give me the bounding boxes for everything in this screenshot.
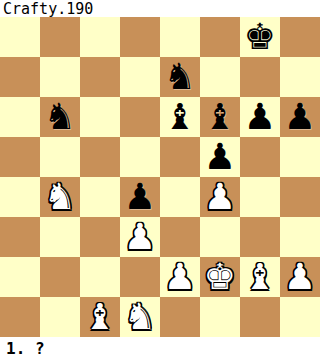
piece-black-knight[interactable]: ♞ xyxy=(160,57,200,97)
piece-black-knight[interactable]: ♞ xyxy=(40,97,80,137)
move-prompt: 1. ? xyxy=(6,338,45,360)
square-g2[interactable]: ♝ xyxy=(240,257,280,297)
square-e2[interactable]: ♟ xyxy=(160,257,200,297)
piece-white-bishop[interactable]: ♝ xyxy=(240,257,280,297)
square-e8[interactable] xyxy=(160,17,200,57)
square-b1[interactable] xyxy=(40,297,80,337)
square-b2[interactable] xyxy=(40,257,80,297)
piece-black-pawn[interactable]: ♟ xyxy=(120,177,160,217)
square-h4[interactable] xyxy=(280,177,320,217)
square-f6[interactable]: ♝ xyxy=(200,97,240,137)
square-a5[interactable] xyxy=(0,137,40,177)
square-g5[interactable] xyxy=(240,137,280,177)
square-a6[interactable] xyxy=(0,97,40,137)
square-a4[interactable] xyxy=(0,177,40,217)
square-h3[interactable] xyxy=(280,217,320,257)
square-c2[interactable] xyxy=(80,257,120,297)
square-c5[interactable] xyxy=(80,137,120,177)
square-c3[interactable] xyxy=(80,217,120,257)
square-e7[interactable]: ♞ xyxy=(160,57,200,97)
square-g3[interactable] xyxy=(240,217,280,257)
square-d8[interactable] xyxy=(120,17,160,57)
piece-white-knight[interactable]: ♞ xyxy=(120,297,160,337)
square-h8[interactable] xyxy=(280,17,320,57)
square-e4[interactable] xyxy=(160,177,200,217)
square-f1[interactable] xyxy=(200,297,240,337)
square-g4[interactable] xyxy=(240,177,280,217)
square-b6[interactable]: ♞ xyxy=(40,97,80,137)
square-b5[interactable] xyxy=(40,137,80,177)
piece-black-bishop[interactable]: ♝ xyxy=(200,97,240,137)
square-g1[interactable] xyxy=(240,297,280,337)
square-d6[interactable] xyxy=(120,97,160,137)
square-c7[interactable] xyxy=(80,57,120,97)
square-b4[interactable]: ♞ xyxy=(40,177,80,217)
piece-white-bishop[interactable]: ♝ xyxy=(80,297,120,337)
square-c8[interactable] xyxy=(80,17,120,57)
square-a3[interactable] xyxy=(0,217,40,257)
square-h5[interactable] xyxy=(280,137,320,177)
square-f5[interactable]: ♟ xyxy=(200,137,240,177)
square-f8[interactable] xyxy=(200,17,240,57)
square-d7[interactable] xyxy=(120,57,160,97)
square-d2[interactable] xyxy=(120,257,160,297)
square-c4[interactable] xyxy=(80,177,120,217)
piece-white-pawn[interactable]: ♟ xyxy=(120,217,160,257)
piece-white-pawn[interactable]: ♟ xyxy=(200,177,240,217)
square-g6[interactable]: ♟ xyxy=(240,97,280,137)
square-d1[interactable]: ♞ xyxy=(120,297,160,337)
square-f7[interactable] xyxy=(200,57,240,97)
square-b7[interactable] xyxy=(40,57,80,97)
square-f3[interactable] xyxy=(200,217,240,257)
square-g7[interactable] xyxy=(240,57,280,97)
piece-white-pawn[interactable]: ♟ xyxy=(160,257,200,297)
window-title: Crafty.190 xyxy=(3,1,93,17)
square-c1[interactable]: ♝ xyxy=(80,297,120,337)
square-g8[interactable]: ♚ xyxy=(240,17,280,57)
piece-black-pawn[interactable]: ♟ xyxy=(280,97,320,137)
square-b8[interactable] xyxy=(40,17,80,57)
square-a1[interactable] xyxy=(0,297,40,337)
square-h6[interactable]: ♟ xyxy=(280,97,320,137)
piece-white-knight[interactable]: ♞ xyxy=(40,177,80,217)
square-d3[interactable]: ♟ xyxy=(120,217,160,257)
piece-black-bishop[interactable]: ♝ xyxy=(160,97,200,137)
square-f2[interactable]: ♚ xyxy=(200,257,240,297)
square-c6[interactable] xyxy=(80,97,120,137)
piece-white-pawn[interactable]: ♟ xyxy=(280,257,320,297)
square-f4[interactable]: ♟ xyxy=(200,177,240,217)
square-h1[interactable] xyxy=(280,297,320,337)
square-h7[interactable] xyxy=(280,57,320,97)
square-e3[interactable] xyxy=(160,217,200,257)
square-e6[interactable]: ♝ xyxy=(160,97,200,137)
square-h2[interactable]: ♟ xyxy=(280,257,320,297)
piece-black-pawn[interactable]: ♟ xyxy=(200,137,240,177)
square-e5[interactable] xyxy=(160,137,200,177)
square-a2[interactable] xyxy=(0,257,40,297)
piece-black-pawn[interactable]: ♟ xyxy=(240,97,280,137)
chess-board: ♚♞♞♝♝♟♟♟♞♟♟♟♟♚♝♟♝♞ xyxy=(0,17,320,337)
square-e1[interactable] xyxy=(160,297,200,337)
square-d5[interactable] xyxy=(120,137,160,177)
piece-black-king[interactable]: ♚ xyxy=(240,17,280,57)
square-d4[interactable]: ♟ xyxy=(120,177,160,217)
square-a7[interactable] xyxy=(0,57,40,97)
square-b3[interactable] xyxy=(40,217,80,257)
square-a8[interactable] xyxy=(0,17,40,57)
piece-white-king[interactable]: ♚ xyxy=(200,257,240,297)
